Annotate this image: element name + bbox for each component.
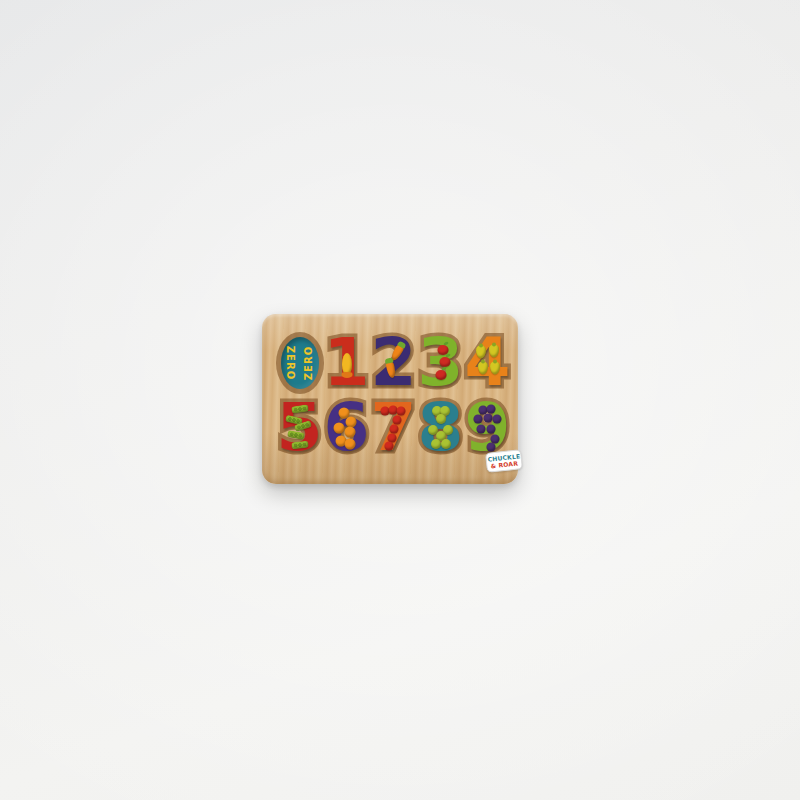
plum-icon	[477, 425, 486, 434]
plum-icon	[486, 425, 495, 434]
apple-icon	[436, 370, 447, 380]
puzzle-slot-zero: ZEROZERO	[276, 334, 323, 392]
plum-decorations	[468, 403, 507, 453]
pear-icon	[489, 345, 499, 358]
plum-icon	[474, 415, 483, 424]
lime-decorations	[421, 403, 460, 453]
berry-decorations	[374, 403, 413, 453]
berry-icon	[396, 407, 405, 416]
puzzle-slot-four: 44	[464, 334, 511, 392]
plum-icon	[486, 443, 495, 452]
corn-decorations	[327, 338, 366, 388]
pieces-grid: ZEROZERO112233445566778899	[276, 334, 511, 457]
puzzle-slot-six: 66	[323, 399, 370, 457]
zero-label-left: ZERO	[285, 346, 295, 380]
orange-icon	[334, 423, 345, 434]
pear-icon	[478, 362, 488, 375]
puzzle-slot-two: 22	[370, 334, 417, 392]
zero-label-right: ZERO	[304, 346, 314, 380]
apple-decorations	[421, 338, 460, 388]
lime-icon	[436, 414, 446, 424]
puzzle-slot-five: 55	[276, 399, 323, 457]
puzzle-slot-eight: 88	[417, 399, 464, 457]
carrot-icon	[386, 361, 397, 378]
product-photo-background: ZEROZERO112233445566778899 CHUCKLE & ROA…	[0, 0, 800, 800]
plum-icon	[492, 415, 501, 424]
brand-logo: CHUCKLE & ROAR	[485, 449, 523, 473]
puzzle-board: ZEROZERO112233445566778899 CHUCKLE & ROA…	[262, 314, 518, 484]
corn-icon	[342, 353, 352, 375]
berry-icon	[384, 442, 393, 451]
puzzle-slot-seven: 77	[370, 399, 417, 457]
carrot-decorations	[374, 338, 413, 388]
lime-icon	[441, 439, 451, 449]
puzzle-slot-one: 11	[323, 334, 370, 392]
orange-decorations	[327, 403, 366, 453]
pear-icon	[476, 346, 486, 359]
orange-icon	[344, 427, 355, 438]
puzzle-slot-three: 33	[417, 334, 464, 392]
orange-icon	[344, 439, 355, 450]
pea-icon	[291, 441, 309, 450]
pear-decorations	[468, 338, 507, 388]
berry-icon	[393, 416, 402, 425]
lime-icon	[431, 439, 441, 449]
puzzle-slot-nine: 99	[464, 399, 511, 457]
pea-decorations	[280, 403, 319, 453]
plum-icon	[487, 405, 496, 414]
plum-icon	[483, 414, 492, 423]
pea-icon	[287, 430, 305, 440]
pea-icon	[291, 404, 309, 413]
piece-zero-oval: ZEROZERO	[281, 337, 319, 389]
pear-icon	[490, 362, 500, 375]
berry-icon	[390, 425, 399, 434]
